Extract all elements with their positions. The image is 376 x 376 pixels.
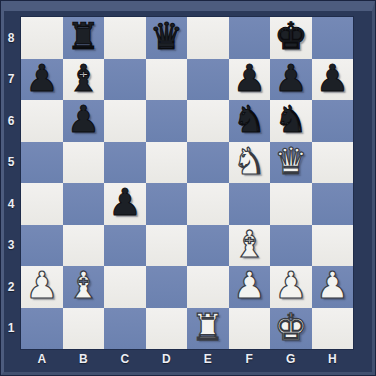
square-g3[interactable]: [270, 225, 312, 267]
rank-label-8: 8: [1, 17, 21, 59]
square-c1[interactable]: [104, 308, 146, 350]
rank-label-6: 6: [1, 100, 21, 142]
square-b4[interactable]: [63, 183, 105, 225]
square-a5[interactable]: [21, 142, 63, 184]
white-pawn: ♟: [233, 267, 266, 304]
square-e3[interactable]: [187, 225, 229, 267]
square-d3[interactable]: [146, 225, 188, 267]
black-king: ♚: [274, 18, 307, 55]
square-e6[interactable]: [187, 100, 229, 142]
square-g5[interactable]: ♛: [270, 142, 312, 184]
white-pawn: ♟: [274, 267, 307, 304]
square-d4[interactable]: [146, 183, 188, 225]
square-g7[interactable]: ♟: [270, 59, 312, 101]
black-pawn: ♟: [25, 60, 58, 97]
file-label-g: G: [270, 349, 312, 369]
square-h7[interactable]: ♟: [312, 59, 354, 101]
square-b6[interactable]: ♟: [63, 100, 105, 142]
white-pawn: ♟: [25, 267, 58, 304]
white-king: ♚: [274, 309, 307, 346]
black-pawn: ♟: [316, 60, 349, 97]
square-g4[interactable]: [270, 183, 312, 225]
black-queen: ♛: [150, 18, 183, 55]
square-g1[interactable]: ♚: [270, 308, 312, 350]
square-b1[interactable]: [63, 308, 105, 350]
square-e1[interactable]: ♜: [187, 308, 229, 350]
square-g8[interactable]: ♚: [270, 17, 312, 59]
square-e8[interactable]: [187, 17, 229, 59]
black-bishop: ♝: [67, 60, 100, 97]
rank-label-4: 4: [1, 183, 21, 225]
square-h1[interactable]: [312, 308, 354, 350]
rank-label-2: 2: [1, 266, 21, 308]
square-d2[interactable]: [146, 266, 188, 308]
square-f2[interactable]: ♟: [229, 266, 271, 308]
black-knight: ♞: [233, 101, 266, 138]
square-c7[interactable]: [104, 59, 146, 101]
file-label-a: A: [21, 349, 63, 369]
square-c5[interactable]: [104, 142, 146, 184]
white-pawn: ♟: [316, 267, 349, 304]
square-b2[interactable]: ♝: [63, 266, 105, 308]
square-c4[interactable]: ♟: [104, 183, 146, 225]
rank-labels: 87654321: [1, 17, 21, 349]
square-f7[interactable]: ♟: [229, 59, 271, 101]
square-c8[interactable]: [104, 17, 146, 59]
file-label-h: H: [312, 349, 354, 369]
rank-label-1: 1: [1, 308, 21, 350]
square-h8[interactable]: [312, 17, 354, 59]
square-b8[interactable]: ♜: [63, 17, 105, 59]
square-h4[interactable]: [312, 183, 354, 225]
square-c3[interactable]: [104, 225, 146, 267]
square-a8[interactable]: [21, 17, 63, 59]
square-c2[interactable]: [104, 266, 146, 308]
square-a7[interactable]: ♟: [21, 59, 63, 101]
file-label-e: E: [187, 349, 229, 369]
square-b3[interactable]: [63, 225, 105, 267]
square-f6[interactable]: ♞: [229, 100, 271, 142]
square-d6[interactable]: [146, 100, 188, 142]
square-d7[interactable]: [146, 59, 188, 101]
square-g2[interactable]: ♟: [270, 266, 312, 308]
white-bishop: ♝: [67, 267, 100, 304]
file-label-f: F: [229, 349, 271, 369]
black-rook: ♜: [67, 18, 100, 55]
square-b5[interactable]: [63, 142, 105, 184]
square-f3[interactable]: ♝: [229, 225, 271, 267]
square-c6[interactable]: [104, 100, 146, 142]
square-a4[interactable]: [21, 183, 63, 225]
file-label-c: C: [104, 349, 146, 369]
square-f5[interactable]: ♞: [229, 142, 271, 184]
square-e4[interactable]: [187, 183, 229, 225]
square-g6[interactable]: ♞: [270, 100, 312, 142]
square-h6[interactable]: [312, 100, 354, 142]
square-b7[interactable]: ♝: [63, 59, 105, 101]
square-h5[interactable]: [312, 142, 354, 184]
square-f8[interactable]: [229, 17, 271, 59]
square-e5[interactable]: [187, 142, 229, 184]
black-knight: ♞: [274, 101, 307, 138]
file-labels: ABCDEFGH: [21, 349, 353, 369]
black-pawn: ♟: [233, 60, 266, 97]
file-label-d: D: [146, 349, 188, 369]
rank-label-5: 5: [1, 142, 21, 184]
file-label-b: B: [63, 349, 105, 369]
square-h3[interactable]: [312, 225, 354, 267]
white-queen: ♛: [274, 143, 307, 180]
square-e2[interactable]: [187, 266, 229, 308]
square-h2[interactable]: ♟: [312, 266, 354, 308]
black-pawn: ♟: [67, 101, 100, 138]
square-f4[interactable]: [229, 183, 271, 225]
white-rook: ♜: [191, 309, 224, 346]
white-knight: ♞: [233, 143, 266, 180]
square-d8[interactable]: ♛: [146, 17, 188, 59]
black-pawn: ♟: [274, 60, 307, 97]
rank-label-3: 3: [1, 225, 21, 267]
square-d5[interactable]: [146, 142, 188, 184]
square-a1[interactable]: [21, 308, 63, 350]
chess-board: ♜♛♚♟♝♟♟♟♟♞♞♞♛♟♝♟♝♟♟♟♜♚: [21, 17, 353, 349]
square-e7[interactable]: [187, 59, 229, 101]
square-a2[interactable]: ♟: [21, 266, 63, 308]
black-pawn: ♟: [108, 184, 141, 221]
square-a6[interactable]: [21, 100, 63, 142]
square-f1[interactable]: [229, 308, 271, 350]
square-d1[interactable]: [146, 308, 188, 350]
square-a3[interactable]: [21, 225, 63, 267]
chessboard-window: ♜♛♚♟♝♟♟♟♟♞♞♞♛♟♝♟♝♟♟♟♜♚ 87654321 ABCDEFGH: [0, 0, 376, 376]
rank-label-7: 7: [1, 59, 21, 101]
white-bishop: ♝: [233, 226, 266, 263]
